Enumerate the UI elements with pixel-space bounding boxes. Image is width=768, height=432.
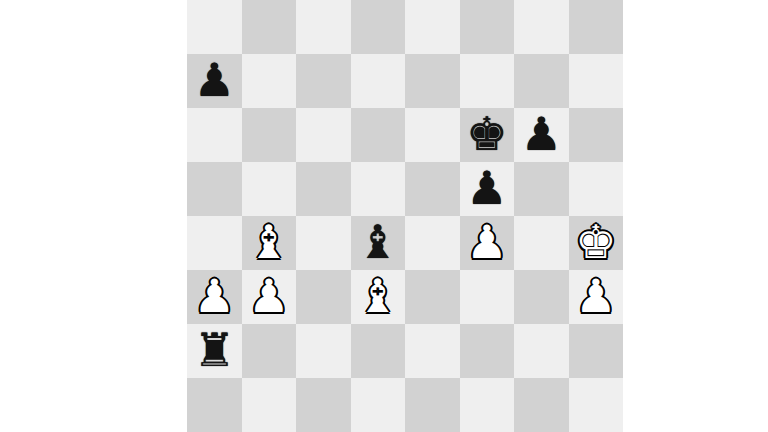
square-a7[interactable]: ♟ [187,54,242,108]
square-h1[interactable] [569,378,624,432]
square-f7[interactable] [460,54,515,108]
square-b6[interactable] [242,108,297,162]
square-a6[interactable] [187,108,242,162]
square-e4[interactable] [405,216,460,270]
square-d4[interactable]: ♝ [351,216,406,270]
square-a2[interactable]: ♜ [187,324,242,378]
square-f2[interactable] [460,324,515,378]
square-d3[interactable]: ♝ [351,270,406,324]
square-c2[interactable] [296,324,351,378]
square-h5[interactable] [569,162,624,216]
square-f5[interactable]: ♟ [460,162,515,216]
page-background: ♟♚♟♟♝♝♟♚♟♟♝♟♜ [0,0,768,432]
square-g8[interactable] [514,0,569,54]
piece-black-pawn[interactable]: ♟ [466,165,507,211]
square-h8[interactable] [569,0,624,54]
square-a3[interactable]: ♟ [187,270,242,324]
square-f1[interactable] [460,378,515,432]
square-b4[interactable]: ♝ [242,216,297,270]
square-c3[interactable] [296,270,351,324]
square-a4[interactable] [187,216,242,270]
square-c6[interactable] [296,108,351,162]
square-f3[interactable] [460,270,515,324]
square-g5[interactable] [514,162,569,216]
piece-white-bishop[interactable]: ♝ [357,273,398,319]
piece-black-king[interactable]: ♚ [466,111,507,157]
square-e6[interactable] [405,108,460,162]
square-e5[interactable] [405,162,460,216]
square-h4[interactable]: ♚ [569,216,624,270]
square-g7[interactable] [514,54,569,108]
square-g6[interactable]: ♟ [514,108,569,162]
square-a8[interactable] [187,0,242,54]
square-d6[interactable] [351,108,406,162]
square-c7[interactable] [296,54,351,108]
square-g2[interactable] [514,324,569,378]
chess-board: ♟♚♟♟♝♝♟♚♟♟♝♟♜ [187,0,623,432]
square-d1[interactable] [351,378,406,432]
piece-black-pawn[interactable]: ♟ [521,111,562,157]
square-f8[interactable] [460,0,515,54]
square-g3[interactable] [514,270,569,324]
square-e2[interactable] [405,324,460,378]
square-d7[interactable] [351,54,406,108]
square-h3[interactable]: ♟ [569,270,624,324]
piece-white-pawn[interactable]: ♟ [575,273,616,319]
square-b1[interactable] [242,378,297,432]
square-g4[interactable] [514,216,569,270]
piece-white-pawn[interactable]: ♟ [466,219,507,265]
piece-black-bishop[interactable]: ♝ [357,219,398,265]
square-f6[interactable]: ♚ [460,108,515,162]
square-b3[interactable]: ♟ [242,270,297,324]
square-b8[interactable] [242,0,297,54]
square-b2[interactable] [242,324,297,378]
square-e3[interactable] [405,270,460,324]
square-b7[interactable] [242,54,297,108]
square-g1[interactable] [514,378,569,432]
square-c5[interactable] [296,162,351,216]
piece-black-rook[interactable]: ♜ [194,327,235,373]
square-e8[interactable] [405,0,460,54]
square-c8[interactable] [296,0,351,54]
square-c4[interactable] [296,216,351,270]
piece-black-pawn[interactable]: ♟ [194,57,235,103]
piece-white-king[interactable]: ♚ [575,219,616,265]
square-b5[interactable] [242,162,297,216]
square-d5[interactable] [351,162,406,216]
square-c1[interactable] [296,378,351,432]
square-f4[interactable]: ♟ [460,216,515,270]
piece-white-pawn[interactable]: ♟ [248,273,289,319]
piece-white-pawn[interactable]: ♟ [194,273,235,319]
square-a5[interactable] [187,162,242,216]
square-e7[interactable] [405,54,460,108]
square-h7[interactable] [569,54,624,108]
square-e1[interactable] [405,378,460,432]
square-h2[interactable] [569,324,624,378]
square-h6[interactable] [569,108,624,162]
square-a1[interactable] [187,378,242,432]
square-d2[interactable] [351,324,406,378]
piece-white-bishop[interactable]: ♝ [248,219,289,265]
square-d8[interactable] [351,0,406,54]
